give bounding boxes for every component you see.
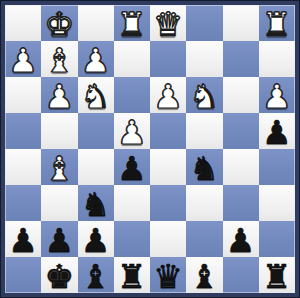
piece-black-bishop: ♝ — [81, 260, 111, 293]
piece-white-knight: ♞ — [81, 80, 111, 113]
square-f7[interactable]: ♟ — [78, 221, 114, 257]
square-h3[interactable] — [5, 77, 41, 113]
square-b7[interactable]: ♟ — [223, 221, 259, 257]
square-f3[interactable]: ♞ — [78, 77, 114, 113]
square-b2[interactable] — [223, 41, 259, 77]
square-e7[interactable] — [114, 221, 150, 257]
square-b5[interactable] — [223, 149, 259, 185]
piece-white-rook: ♜ — [117, 8, 147, 41]
square-c2[interactable] — [186, 41, 222, 77]
piece-black-knight: ♞ — [81, 188, 111, 221]
piece-black-pawn: ♟ — [45, 224, 75, 257]
piece-black-bishop: ♝ — [190, 260, 220, 293]
square-d6[interactable] — [150, 185, 186, 221]
square-e3[interactable] — [114, 77, 150, 113]
square-d1[interactable]: ♛ — [150, 5, 186, 41]
piece-white-pawn: ♟ — [8, 44, 38, 77]
piece-black-rook: ♜ — [117, 260, 147, 293]
square-a4[interactable]: ♟ — [259, 113, 295, 149]
square-a8[interactable]: ♜ — [259, 257, 295, 293]
square-g6[interactable] — [41, 185, 77, 221]
piece-black-pawn: ♟ — [8, 224, 38, 257]
square-c4[interactable] — [186, 113, 222, 149]
square-e1[interactable]: ♜ — [114, 5, 150, 41]
square-g5[interactable]: ♝ — [41, 149, 77, 185]
square-a7[interactable] — [259, 221, 295, 257]
square-c7[interactable] — [186, 221, 222, 257]
square-e4[interactable]: ♟ — [114, 113, 150, 149]
piece-black-rook: ♜ — [262, 260, 292, 293]
square-g8[interactable]: ♚ — [41, 257, 77, 293]
piece-black-pawn: ♟ — [262, 116, 292, 149]
square-a2[interactable] — [259, 41, 295, 77]
square-h4[interactable] — [5, 113, 41, 149]
square-g2[interactable]: ♝ — [41, 41, 77, 77]
square-g4[interactable] — [41, 113, 77, 149]
square-d3[interactable]: ♟ — [150, 77, 186, 113]
square-g3[interactable]: ♟ — [41, 77, 77, 113]
square-c1[interactable] — [186, 5, 222, 41]
square-h2[interactable]: ♟ — [5, 41, 41, 77]
board-border: ♚♜♛♜♟♝♟♟♞♟♞♟♟♟♝♟♞♞♟♟♟♟♚♝♜♛♝♜ — [0, 0, 300, 298]
square-c8[interactable]: ♝ — [186, 257, 222, 293]
piece-black-king: ♚ — [45, 260, 75, 293]
square-f5[interactable] — [78, 149, 114, 185]
piece-black-queen: ♛ — [153, 260, 183, 293]
piece-black-pawn: ♟ — [117, 152, 147, 185]
piece-white-rook: ♜ — [262, 8, 292, 41]
square-h1[interactable] — [5, 5, 41, 41]
square-a6[interactable] — [259, 185, 295, 221]
square-c6[interactable] — [186, 185, 222, 221]
square-g1[interactable]: ♚ — [41, 5, 77, 41]
square-h5[interactable] — [5, 149, 41, 185]
square-b4[interactable] — [223, 113, 259, 149]
square-d4[interactable] — [150, 113, 186, 149]
piece-white-pawn: ♟ — [262, 80, 292, 113]
square-f2[interactable]: ♟ — [78, 41, 114, 77]
piece-black-pawn: ♟ — [226, 224, 256, 257]
square-f6[interactable]: ♞ — [78, 185, 114, 221]
square-e2[interactable] — [114, 41, 150, 77]
square-d8[interactable]: ♛ — [150, 257, 186, 293]
square-f1[interactable] — [78, 5, 114, 41]
piece-white-pawn: ♟ — [117, 116, 147, 149]
square-c5[interactable]: ♞ — [186, 149, 222, 185]
piece-white-bishop: ♝ — [45, 44, 75, 77]
square-c3[interactable]: ♞ — [186, 77, 222, 113]
square-g7[interactable]: ♟ — [41, 221, 77, 257]
piece-white-knight: ♞ — [190, 80, 220, 113]
piece-white-king: ♚ — [45, 8, 75, 41]
square-f4[interactable] — [78, 113, 114, 149]
square-b1[interactable] — [223, 5, 259, 41]
piece-white-pawn: ♟ — [45, 80, 75, 113]
piece-white-pawn: ♟ — [153, 80, 183, 113]
piece-black-knight: ♞ — [190, 152, 220, 185]
square-h7[interactable]: ♟ — [5, 221, 41, 257]
board-inner-border: ♚♜♛♜♟♝♟♟♞♟♞♟♟♟♝♟♞♞♟♟♟♟♚♝♜♛♝♜ — [1, 1, 299, 297]
square-h8[interactable] — [5, 257, 41, 293]
square-f8[interactable]: ♝ — [78, 257, 114, 293]
square-e8[interactable]: ♜ — [114, 257, 150, 293]
square-b3[interactable] — [223, 77, 259, 113]
square-a3[interactable]: ♟ — [259, 77, 295, 113]
square-d7[interactable] — [150, 221, 186, 257]
piece-black-pawn: ♟ — [81, 224, 111, 257]
square-e5[interactable]: ♟ — [114, 149, 150, 185]
square-d5[interactable] — [150, 149, 186, 185]
square-h6[interactable] — [5, 185, 41, 221]
square-b8[interactable] — [223, 257, 259, 293]
piece-white-bishop: ♝ — [45, 152, 75, 185]
square-a5[interactable] — [259, 149, 295, 185]
piece-white-queen: ♛ — [153, 8, 183, 41]
square-a1[interactable]: ♜ — [259, 5, 295, 41]
square-b6[interactable] — [223, 185, 259, 221]
square-d2[interactable] — [150, 41, 186, 77]
square-e6[interactable] — [114, 185, 150, 221]
piece-white-pawn: ♟ — [81, 44, 111, 77]
chess-board: ♚♜♛♜♟♝♟♟♞♟♞♟♟♟♝♟♞♞♟♟♟♟♚♝♜♛♝♜ — [5, 5, 295, 293]
